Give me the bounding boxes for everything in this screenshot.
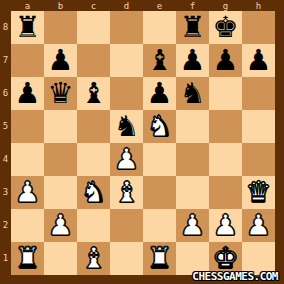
square-c4[interactable] [77,143,110,176]
chess-diagram: a b c d e f g h 8 7 6 5 4 3 2 1 ♜♜♚♟♝♟♟♟… [0,0,284,284]
black-bishop-c6: ♝ [77,77,110,110]
rank-label-1: 1 [0,242,11,275]
square-e2[interactable] [143,209,176,242]
square-a4[interactable] [11,143,44,176]
square-g6[interactable] [209,77,242,110]
white-rook-e1: ♜ [143,242,176,275]
square-e1[interactable]: ♜ [143,242,176,275]
square-d1[interactable] [110,242,143,275]
square-f7[interactable]: ♟ [176,44,209,77]
rank-label-6: 6 [0,77,11,110]
square-g3[interactable] [209,176,242,209]
square-a8[interactable]: ♜ [11,11,44,44]
white-knight-e5: ♞ [143,110,176,143]
square-e8[interactable] [143,11,176,44]
rank-label-5: 5 [0,110,11,143]
square-b3[interactable] [44,176,77,209]
black-pawn-b7: ♟ [44,44,77,77]
square-b7[interactable]: ♟ [44,44,77,77]
white-knight-c3: ♞ [77,176,110,209]
square-c3[interactable]: ♞ [77,176,110,209]
black-bishop-e7: ♝ [143,44,176,77]
black-king-g8: ♚ [209,11,242,44]
white-rook-a1: ♜ [11,242,44,275]
black-pawn-f7: ♟ [176,44,209,77]
square-g5[interactable] [209,110,242,143]
square-e4[interactable] [143,143,176,176]
square-d2[interactable] [110,209,143,242]
white-pawn-h2: ♟ [242,209,275,242]
square-e6[interactable]: ♟ [143,77,176,110]
square-h3[interactable]: ♛ [242,176,275,209]
square-h2[interactable]: ♟ [242,209,275,242]
file-label-c: c [77,0,110,11]
square-h7[interactable]: ♟ [242,44,275,77]
square-c2[interactable] [77,209,110,242]
square-h5[interactable] [242,110,275,143]
white-pawn-a3: ♟ [11,176,44,209]
square-c8[interactable] [77,11,110,44]
file-label-h: h [242,0,275,11]
square-d8[interactable] [110,11,143,44]
board: ♜♜♚♟♝♟♟♟♟♛♝♟♞♞♞♟♟♞♝♛♟♟♟♟♜♝♜♚ [11,11,275,275]
square-d7[interactable] [110,44,143,77]
square-a2[interactable] [11,209,44,242]
square-h4[interactable] [242,143,275,176]
rank-label-7: 7 [0,44,11,77]
square-a5[interactable] [11,110,44,143]
square-b5[interactable] [44,110,77,143]
square-d4[interactable]: ♟ [110,143,143,176]
square-b8[interactable] [44,11,77,44]
square-c6[interactable]: ♝ [77,77,110,110]
file-label-e: e [143,0,176,11]
square-a3[interactable]: ♟ [11,176,44,209]
rank-label-3: 3 [0,176,11,209]
black-pawn-a6: ♟ [11,77,44,110]
black-pawn-g7: ♟ [209,44,242,77]
square-d6[interactable] [110,77,143,110]
white-queen-h3: ♛ [242,176,275,209]
white-pawn-d4: ♟ [110,143,143,176]
black-pawn-e6: ♟ [143,77,176,110]
rank-labels: 8 7 6 5 4 3 2 1 [0,11,11,275]
rank-label-4: 4 [0,143,11,176]
square-f4[interactable] [176,143,209,176]
rank-label-8: 8 [0,11,11,44]
file-label-b: b [44,0,77,11]
black-queen-b6: ♛ [44,77,77,110]
square-a1[interactable]: ♜ [11,242,44,275]
black-rook-f8: ♜ [176,11,209,44]
square-g2[interactable]: ♟ [209,209,242,242]
square-a6[interactable]: ♟ [11,77,44,110]
square-e5[interactable]: ♞ [143,110,176,143]
white-pawn-b2: ♟ [44,209,77,242]
square-b4[interactable] [44,143,77,176]
square-b2[interactable]: ♟ [44,209,77,242]
square-f3[interactable] [176,176,209,209]
square-a7[interactable] [11,44,44,77]
square-g7[interactable]: ♟ [209,44,242,77]
square-c7[interactable] [77,44,110,77]
square-f2[interactable]: ♟ [176,209,209,242]
black-knight-f6: ♞ [176,77,209,110]
chessgames-watermark: CHESSGAMES.COM [192,271,278,283]
square-e3[interactable] [143,176,176,209]
square-e7[interactable]: ♝ [143,44,176,77]
square-d5[interactable]: ♞ [110,110,143,143]
black-pawn-h7: ♟ [242,44,275,77]
white-pawn-g2: ♟ [209,209,242,242]
square-b1[interactable] [44,242,77,275]
rank-label-2: 2 [0,209,11,242]
square-g8[interactable]: ♚ [209,11,242,44]
square-f6[interactable]: ♞ [176,77,209,110]
file-label-d: d [110,0,143,11]
square-b6[interactable]: ♛ [44,77,77,110]
black-rook-a8: ♜ [11,11,44,44]
square-h6[interactable] [242,77,275,110]
square-h8[interactable] [242,11,275,44]
square-f5[interactable] [176,110,209,143]
white-pawn-f2: ♟ [176,209,209,242]
square-g4[interactable] [209,143,242,176]
square-f8[interactable]: ♜ [176,11,209,44]
white-bishop-c1: ♝ [77,242,110,275]
square-c5[interactable] [77,110,110,143]
black-knight-d5: ♞ [110,110,143,143]
white-bishop-d3: ♝ [110,176,143,209]
square-c1[interactable]: ♝ [77,242,110,275]
square-d3[interactable]: ♝ [110,176,143,209]
